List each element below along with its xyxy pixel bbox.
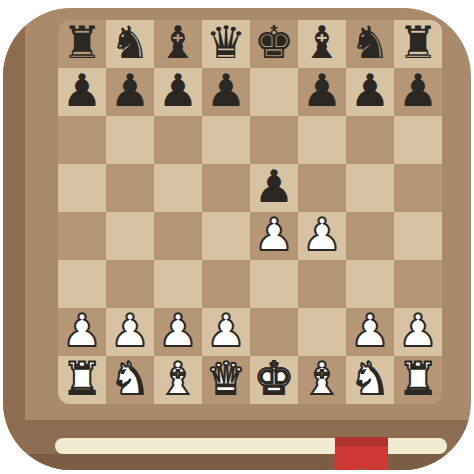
white-rook-icon: ♜ — [62, 355, 102, 403]
square-d1[interactable]: ♛ — [202, 356, 250, 404]
square-b1[interactable]: ♞ — [106, 356, 154, 404]
white-bishop-icon: ♝ — [158, 355, 198, 403]
square-f5[interactable] — [298, 164, 346, 212]
square-f3[interactable] — [298, 260, 346, 308]
black-pawn-icon: ♟ — [62, 67, 102, 115]
black-bishop-icon: ♝ — [158, 20, 198, 67]
square-h6[interactable] — [394, 116, 442, 164]
black-pawn-icon: ♟ — [110, 67, 150, 115]
square-g6[interactable] — [346, 116, 394, 164]
square-f6[interactable] — [298, 116, 346, 164]
white-rook-icon: ♜ — [398, 355, 438, 403]
bookmark-ribbon-icon — [335, 437, 388, 470]
book-pages-edge — [55, 438, 447, 454]
black-pawn-icon: ♟ — [158, 67, 198, 115]
black-knight-icon: ♞ — [350, 20, 390, 67]
square-c7[interactable]: ♟ — [154, 68, 202, 116]
white-king-icon: ♚ — [254, 355, 294, 403]
black-bishop-icon: ♝ — [302, 20, 342, 67]
square-e2[interactable] — [250, 308, 298, 356]
white-pawn-icon: ♟ — [350, 307, 390, 355]
square-h4[interactable] — [394, 212, 442, 260]
square-c1[interactable]: ♝ — [154, 356, 202, 404]
white-pawn-icon: ♟ — [206, 307, 246, 355]
square-b3[interactable] — [106, 260, 154, 308]
square-h8[interactable]: ♜ — [394, 20, 442, 68]
square-g7[interactable]: ♟ — [346, 68, 394, 116]
black-knight-icon: ♞ — [110, 20, 150, 67]
app-icon-canvas: { "game": "chess", "scene": "chess-book … — [0, 0, 474, 474]
black-pawn-icon: ♟ — [398, 67, 438, 115]
square-h2[interactable]: ♟ — [394, 308, 442, 356]
white-knight-icon: ♞ — [350, 355, 390, 403]
square-g4[interactable] — [346, 212, 394, 260]
black-queen-icon: ♛ — [206, 20, 246, 67]
white-pawn-icon: ♟ — [158, 307, 198, 355]
square-d6[interactable] — [202, 116, 250, 164]
square-f2[interactable] — [298, 308, 346, 356]
square-c2[interactable]: ♟ — [154, 308, 202, 356]
square-g8[interactable]: ♞ — [346, 20, 394, 68]
square-b8[interactable]: ♞ — [106, 20, 154, 68]
square-d7[interactable]: ♟ — [202, 68, 250, 116]
square-f8[interactable]: ♝ — [298, 20, 346, 68]
square-a8[interactable]: ♜ — [58, 20, 106, 68]
square-b2[interactable]: ♟ — [106, 308, 154, 356]
chess-book-icon: ♜♞♝♛♚♝♞♜♟♟♟♟♟♟♟♟♟♟♟♟♟♟♟♟♜♞♝♛♚♝♞♜ — [3, 8, 471, 470]
square-h3[interactable] — [394, 260, 442, 308]
black-rook-icon: ♜ — [62, 20, 102, 67]
square-c4[interactable] — [154, 212, 202, 260]
square-b5[interactable] — [106, 164, 154, 212]
square-c8[interactable]: ♝ — [154, 20, 202, 68]
square-c5[interactable] — [154, 164, 202, 212]
white-knight-icon: ♞ — [110, 355, 150, 403]
square-a1[interactable]: ♜ — [58, 356, 106, 404]
square-b7[interactable]: ♟ — [106, 68, 154, 116]
square-h7[interactable]: ♟ — [394, 68, 442, 116]
square-g3[interactable] — [346, 260, 394, 308]
bookmark-ribbon-shadow — [335, 437, 388, 446]
square-h1[interactable]: ♜ — [394, 356, 442, 404]
square-a2[interactable]: ♟ — [58, 308, 106, 356]
white-bishop-icon: ♝ — [302, 355, 342, 403]
square-g5[interactable] — [346, 164, 394, 212]
black-pawn-icon: ♟ — [350, 67, 390, 115]
black-pawn-icon: ♟ — [302, 67, 342, 115]
square-d5[interactable] — [202, 164, 250, 212]
square-e1[interactable]: ♚ — [250, 356, 298, 404]
black-rook-icon: ♜ — [398, 20, 438, 67]
square-e3[interactable] — [250, 260, 298, 308]
white-pawn-icon: ♟ — [302, 211, 342, 259]
square-c6[interactable] — [154, 116, 202, 164]
square-c3[interactable] — [154, 260, 202, 308]
white-pawn-icon: ♟ — [398, 307, 438, 355]
square-f1[interactable]: ♝ — [298, 356, 346, 404]
square-a3[interactable] — [58, 260, 106, 308]
square-f4[interactable]: ♟ — [298, 212, 346, 260]
white-pawn-icon: ♟ — [62, 307, 102, 355]
square-e8[interactable]: ♚ — [250, 20, 298, 68]
square-a6[interactable] — [58, 116, 106, 164]
book-back-cover — [3, 454, 471, 470]
square-a7[interactable]: ♟ — [58, 68, 106, 116]
square-e7[interactable] — [250, 68, 298, 116]
square-d3[interactable] — [202, 260, 250, 308]
square-d4[interactable] — [202, 212, 250, 260]
book-spine — [3, 8, 25, 470]
black-king-icon: ♚ — [254, 20, 294, 67]
white-queen-icon: ♛ — [206, 355, 246, 403]
chess-board: ♜♞♝♛♚♝♞♜♟♟♟♟♟♟♟♟♟♟♟♟♟♟♟♟♜♞♝♛♚♝♞♜ — [58, 20, 442, 404]
square-a4[interactable] — [58, 212, 106, 260]
square-b4[interactable] — [106, 212, 154, 260]
black-pawn-icon: ♟ — [254, 163, 294, 211]
square-e6[interactable] — [250, 116, 298, 164]
square-b6[interactable] — [106, 116, 154, 164]
square-d8[interactable]: ♛ — [202, 20, 250, 68]
black-pawn-icon: ♟ — [206, 67, 246, 115]
square-h5[interactable] — [394, 164, 442, 212]
square-f7[interactable]: ♟ — [298, 68, 346, 116]
white-pawn-icon: ♟ — [254, 211, 294, 259]
white-pawn-icon: ♟ — [110, 307, 150, 355]
square-g1[interactable]: ♞ — [346, 356, 394, 404]
square-e5[interactable]: ♟ — [250, 164, 298, 212]
square-g2[interactable]: ♟ — [346, 308, 394, 356]
square-e4[interactable]: ♟ — [250, 212, 298, 260]
square-a5[interactable] — [58, 164, 106, 212]
square-d2[interactable]: ♟ — [202, 308, 250, 356]
